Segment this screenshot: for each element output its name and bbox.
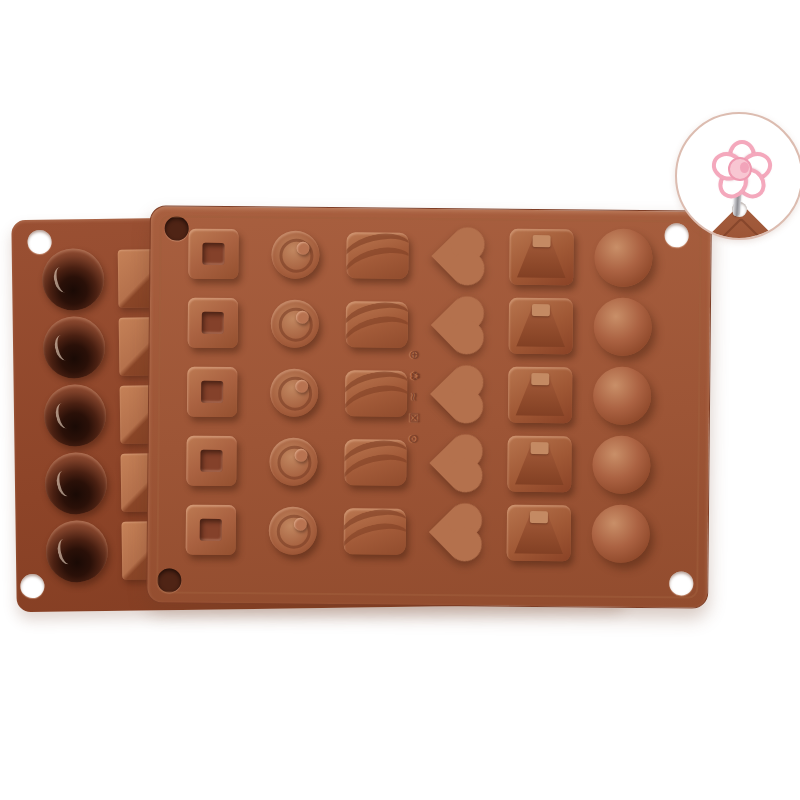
dome-cavity xyxy=(594,297,653,356)
swirl-cavity xyxy=(270,368,318,416)
front-mold-corner-hole xyxy=(157,568,181,592)
gem-cavity xyxy=(507,504,572,561)
dome-cavity xyxy=(593,366,652,425)
heart-cavity xyxy=(431,301,479,349)
swirl-cavity xyxy=(271,299,319,347)
heart-cavity xyxy=(430,370,478,418)
cavity-cell xyxy=(254,219,337,289)
flower-hook-icon xyxy=(710,139,766,195)
gem-cavity xyxy=(507,435,572,492)
heart-cavity xyxy=(431,232,479,280)
product-photo-stage: ⊕♻≈☒⊙ xyxy=(0,0,800,800)
wave-cavity xyxy=(344,439,406,486)
cavity-cell xyxy=(253,288,336,358)
cavity-cell xyxy=(498,429,581,499)
heart-cavity xyxy=(429,508,477,556)
cavity-cell xyxy=(251,495,334,565)
cavity-cell xyxy=(580,429,663,499)
front-mold: ⊕♻≈☒⊙ xyxy=(146,205,712,608)
cavity-cell xyxy=(336,220,419,290)
cavity-cell xyxy=(582,222,665,292)
square-cavity xyxy=(188,297,238,347)
cavity-cell xyxy=(35,313,114,382)
dome-cavity xyxy=(592,435,651,494)
bowl-cavity xyxy=(42,248,105,311)
embossed-symbol-icon: ☒ xyxy=(408,412,420,423)
bowl-cavity xyxy=(45,452,108,515)
gem-cavity xyxy=(508,366,573,423)
hanging-demo-inset xyxy=(675,112,800,240)
cavity-cell xyxy=(252,426,335,496)
cavity-cell xyxy=(499,291,582,361)
cavity-cell xyxy=(171,357,254,427)
swirl-cavity xyxy=(269,437,317,485)
swirl-cavity xyxy=(269,506,317,554)
cavity-cell xyxy=(417,359,500,429)
cavity-cell xyxy=(171,288,254,358)
cavity-cell xyxy=(415,497,498,567)
gem-cavity xyxy=(509,228,574,285)
cavity-cell xyxy=(418,221,501,291)
dome-cavity xyxy=(592,504,651,563)
bowl-cavity xyxy=(44,384,107,447)
cavity-cell xyxy=(417,290,500,360)
bowl-cavity xyxy=(45,520,108,583)
embossed-symbol-icon: ⊕ xyxy=(409,350,421,360)
wave-cavity xyxy=(345,370,407,417)
front-mold-hanging-hole xyxy=(665,223,689,247)
cavity-cell xyxy=(172,219,255,289)
cavity-cell xyxy=(333,496,416,566)
gem-cavity xyxy=(509,297,574,354)
cavity-cell xyxy=(334,427,417,497)
cavity-cell xyxy=(335,289,418,359)
square-cavity xyxy=(186,504,236,554)
embossed-certification-symbols: ⊕♻≈☒⊙ xyxy=(409,349,421,445)
cavity-cell xyxy=(581,291,664,361)
heart-cavity xyxy=(429,439,477,487)
square-cavity xyxy=(186,435,236,485)
cavity-cell xyxy=(170,426,253,496)
embossed-symbol-icon: ≈ xyxy=(408,392,420,402)
cavity-cell xyxy=(34,245,113,314)
cavity-cell xyxy=(499,360,582,430)
wave-cavity xyxy=(344,508,406,555)
front-mold-hanging-hole xyxy=(669,571,693,595)
cavity-cell xyxy=(37,449,116,518)
cavity-cell xyxy=(500,222,583,292)
dome-cavity xyxy=(594,228,653,287)
cavity-cell xyxy=(579,498,662,568)
embossed-symbol-icon: ♻ xyxy=(409,370,421,381)
cavity-cell xyxy=(497,498,580,568)
square-cavity xyxy=(188,228,238,278)
bowl-cavity xyxy=(43,316,106,379)
embossed-symbol-icon: ⊙ xyxy=(408,434,420,444)
square-cavity xyxy=(187,366,237,416)
wave-cavity xyxy=(346,232,408,279)
cavity-cell xyxy=(335,358,418,428)
cavity-cell xyxy=(416,428,499,498)
cavity-cell xyxy=(37,517,116,586)
wave-cavity xyxy=(346,301,408,348)
cavity-cell xyxy=(253,357,336,427)
swirl-cavity xyxy=(271,230,319,278)
cavity-cell xyxy=(36,381,115,450)
cavity-cell xyxy=(169,495,252,565)
cavity-cell xyxy=(581,360,664,430)
flower-center xyxy=(728,157,752,181)
